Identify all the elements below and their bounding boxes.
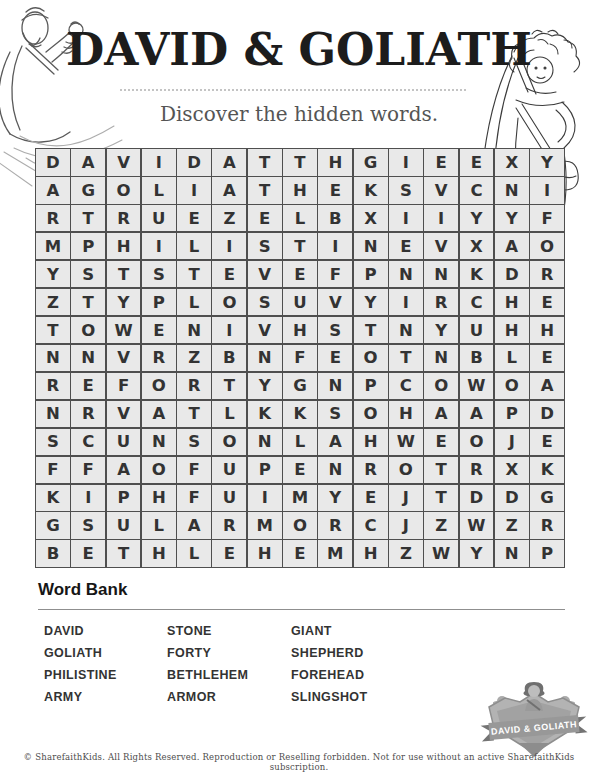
grid-cell-r5c12: N — [424, 261, 458, 288]
grid-cell-r13c10: E — [354, 485, 388, 512]
grid-cell-r7c15: H — [530, 317, 564, 344]
grid-cell-r8c10: O — [354, 345, 388, 372]
grid-cell-r2c14: N — [495, 177, 529, 204]
grid-cell-r9c11: C — [389, 373, 423, 400]
grid-cell-r2c10: K — [354, 177, 388, 204]
grid-cell-r14c13: W — [460, 512, 494, 539]
grid-cell-r1c8: T — [283, 149, 317, 176]
grid-cell-r6c7: S — [248, 289, 282, 316]
grid-cell-r6c11: I — [389, 289, 423, 316]
grid-cell-r6c13: C — [460, 289, 494, 316]
word-bank-column-1: DAVIDGOLIATHPHILISTINEARMY — [44, 620, 167, 708]
grid-cell-r1c14: X — [495, 149, 529, 176]
grid-cell-r3c7: E — [248, 205, 282, 232]
word-bank-item-giant: GIANT — [291, 620, 368, 642]
grid-cell-r4c2: P — [71, 233, 105, 260]
grid-cell-r2c7: T — [248, 177, 282, 204]
grid-cell-r10c5: T — [177, 401, 211, 428]
grid-cell-r8c15: E — [530, 345, 564, 372]
word-bank-item-philistine: PHILISTINE — [44, 664, 167, 686]
grid-cell-r15c1: B — [36, 540, 70, 567]
grid-cell-r6c3: Y — [107, 289, 141, 316]
grid-cell-r9c5: R — [177, 373, 211, 400]
grid-cell-r15c10: H — [354, 540, 388, 567]
grid-cell-r1c5: D — [177, 149, 211, 176]
grid-cell-r6c5: L — [177, 289, 211, 316]
grid-cell-r12c10: R — [354, 457, 388, 484]
grid-cell-r9c1: R — [36, 373, 70, 400]
grid-cell-r4c4: I — [142, 233, 176, 260]
grid-cell-r3c6: Z — [212, 205, 246, 232]
grid-cell-r4c6: I — [212, 233, 246, 260]
grid-cell-r7c10: T — [354, 317, 388, 344]
grid-cell-r12c7: P — [248, 457, 282, 484]
grid-cell-r5c4: S — [142, 261, 176, 288]
grid-cell-r10c4: A — [142, 401, 176, 428]
grid-cell-r4c10: N — [354, 233, 388, 260]
grid-cell-r2c2: G — [71, 177, 105, 204]
grid-cell-r4c8: T — [283, 233, 317, 260]
grid-cell-r3c10: X — [354, 205, 388, 232]
grid-cell-r3c5: E — [177, 205, 211, 232]
grid-cell-r10c9: S — [318, 401, 352, 428]
grid-cell-r5c9: F — [318, 261, 352, 288]
grid-cell-r15c11: Z — [389, 540, 423, 567]
grid-cell-r15c15: P — [530, 540, 564, 567]
grid-cell-r4c3: H — [107, 233, 141, 260]
grid-cell-r3c9: B — [318, 205, 352, 232]
grid-cell-r7c14: H — [495, 317, 529, 344]
grid-cell-r13c11: J — [389, 485, 423, 512]
grid-cell-r10c11: H — [389, 401, 423, 428]
grid-cell-r1c12: E — [424, 149, 458, 176]
grid-cell-r10c2: R — [71, 401, 105, 428]
grid-cell-r9c4: O — [142, 373, 176, 400]
grid-cell-r11c2: C — [71, 429, 105, 456]
grid-cell-r6c4: P — [142, 289, 176, 316]
grid-cell-r15c9: M — [318, 540, 352, 567]
grid-cell-r11c6: O — [212, 429, 246, 456]
grid-cell-r6c1: Z — [36, 289, 70, 316]
grid-cell-r10c13: A — [460, 401, 494, 428]
grid-cell-r5c5: T — [177, 261, 211, 288]
grid-cell-r5c10: P — [354, 261, 388, 288]
grid-cell-r1c1: D — [36, 149, 70, 176]
grid-cell-r13c1: K — [36, 485, 70, 512]
grid-cell-r10c12: A — [424, 401, 458, 428]
grid-cell-r5c13: K — [460, 261, 494, 288]
grid-cell-r2c3: O — [107, 177, 141, 204]
grid-cell-r13c7: I — [248, 485, 282, 512]
grid-cell-r15c7: H — [248, 540, 282, 567]
grid-cell-r5c8: E — [283, 261, 317, 288]
grid-cell-r11c4: N — [142, 429, 176, 456]
grid-cell-r7c1: T — [36, 317, 70, 344]
grid-cell-r10c15: D — [530, 401, 564, 428]
word-bank-item-army: ARMY — [44, 686, 167, 708]
grid-cell-r15c14: N — [495, 540, 529, 567]
grid-cell-r3c8: L — [283, 205, 317, 232]
word-bank-column-3: GIANTSHEPHERDFOREHEADSLINGSHOT — [291, 620, 368, 708]
grid-cell-r11c14: J — [495, 429, 529, 456]
page-title: DAVID & GOLIATH — [0, 24, 598, 75]
david-goliath-badge: DAVID & GOLIATH — [477, 681, 591, 761]
grid-cell-r8c5: Z — [177, 345, 211, 372]
grid-cell-r4c5: L — [177, 233, 211, 260]
word-bank-column-2: STONEFORTYBETHLEHEMARMOR — [167, 620, 291, 708]
grid-cell-r10c6: L — [212, 401, 246, 428]
grid-cell-r14c2: S — [71, 512, 105, 539]
grid-cell-r12c4: O — [142, 457, 176, 484]
grid-cell-r14c4: L — [142, 512, 176, 539]
grid-cell-r11c11: W — [389, 429, 423, 456]
grid-cell-r8c9: E — [318, 345, 352, 372]
grid-cell-r6c10: Y — [354, 289, 388, 316]
grid-cell-r9c14: O — [495, 373, 529, 400]
grid-cell-r2c9: E — [318, 177, 352, 204]
grid-cell-r2c5: I — [177, 177, 211, 204]
grid-cell-r13c13: D — [460, 485, 494, 512]
grid-cell-r10c10: O — [354, 401, 388, 428]
grid-cell-r12c12: T — [424, 457, 458, 484]
grid-cell-r3c3: R — [107, 205, 141, 232]
grid-cell-r12c5: F — [177, 457, 211, 484]
grid-cell-r7c4: E — [142, 317, 176, 344]
grid-cell-r6c12: R — [424, 289, 458, 316]
grid-cell-r1c6: A — [212, 149, 246, 176]
grid-cell-r7c5: N — [177, 317, 211, 344]
grid-cell-r8c13: B — [460, 345, 494, 372]
grid-cell-r15c12: W — [424, 540, 458, 567]
grid-cell-r3c13: Y — [460, 205, 494, 232]
grid-cell-r1c10: G — [354, 149, 388, 176]
grid-cell-r14c14: Z — [495, 512, 529, 539]
grid-cell-r11c1: S — [36, 429, 70, 456]
word-bank-item-armor: ARMOR — [167, 686, 291, 708]
grid-cell-r13c12: T — [424, 485, 458, 512]
grid-cell-r1c2: A — [71, 149, 105, 176]
grid-cell-r12c6: U — [212, 457, 246, 484]
word-bank-item-forehead: FOREHEAD — [291, 664, 368, 686]
grid-cell-r15c2: E — [71, 540, 105, 567]
word-search-grid: DAVIDATTHGIEEXYAGOLIATHEKSVCNIRTRUEZELBX… — [35, 148, 565, 568]
word-bank-item-shepherd: SHEPHERD — [291, 642, 368, 664]
grid-cell-r14c7: M — [248, 512, 282, 539]
grid-cell-r9c9: N — [318, 373, 352, 400]
grid-cell-r7c6: I — [212, 317, 246, 344]
grid-cell-r1c3: V — [107, 149, 141, 176]
grid-cell-r8c14: L — [495, 345, 529, 372]
grid-cell-r7c3: W — [107, 317, 141, 344]
grid-cell-r13c4: H — [142, 485, 176, 512]
grid-cell-r7c11: N — [389, 317, 423, 344]
grid-cell-r7c9: S — [318, 317, 352, 344]
grid-cell-r4c9: I — [318, 233, 352, 260]
grid-cell-r4c7: S — [248, 233, 282, 260]
grid-cell-r11c9: A — [318, 429, 352, 456]
grid-cell-r12c3: A — [107, 457, 141, 484]
title-divider — [120, 89, 466, 91]
grid-cell-r8c1: N — [36, 345, 70, 372]
grid-cell-r13c14: D — [495, 485, 529, 512]
grid-cell-r2c12: V — [424, 177, 458, 204]
grid-cell-r2c15: I — [530, 177, 564, 204]
grid-cell-r7c8: H — [283, 317, 317, 344]
grid-cell-r5c11: N — [389, 261, 423, 288]
grid-cell-r14c3: U — [107, 512, 141, 539]
word-bank-item-david: DAVID — [44, 620, 167, 642]
grid-cell-r14c12: Z — [424, 512, 458, 539]
grid-cell-r12c1: F — [36, 457, 70, 484]
grid-cell-r8c8: F — [283, 345, 317, 372]
grid-cell-r15c8: E — [283, 540, 317, 567]
grid-cell-r12c13: R — [460, 457, 494, 484]
grid-cell-r8c3: V — [107, 345, 141, 372]
grid-cell-r12c15: K — [530, 457, 564, 484]
grid-cell-r4c12: V — [424, 233, 458, 260]
grid-cell-r15c4: H — [142, 540, 176, 567]
grid-cell-r10c8: K — [283, 401, 317, 428]
grid-cell-r11c5: S — [177, 429, 211, 456]
grid-cell-r6c6: O — [212, 289, 246, 316]
grid-cell-r9c15: A — [530, 373, 564, 400]
word-bank-item-slingshot: SLINGSHOT — [291, 686, 368, 708]
grid-cell-r1c13: E — [460, 149, 494, 176]
grid-cell-r11c8: L — [283, 429, 317, 456]
grid-cell-r15c3: T — [107, 540, 141, 567]
grid-cell-r12c8: E — [283, 457, 317, 484]
word-bank-divider — [38, 609, 565, 610]
grid-cell-r10c1: N — [36, 401, 70, 428]
grid-cell-r14c9: R — [318, 512, 352, 539]
word-bank-item-forty: FORTY — [167, 642, 291, 664]
grid-cell-r2c11: S — [389, 177, 423, 204]
grid-cell-r10c7: K — [248, 401, 282, 428]
word-bank-item-bethlehem: BETHLEHEM — [167, 664, 291, 686]
grid-cell-r13c6: U — [212, 485, 246, 512]
grid-cell-r3c12: I — [424, 205, 458, 232]
grid-cell-r11c10: H — [354, 429, 388, 456]
grid-cell-r7c13: U — [460, 317, 494, 344]
grid-cell-r13c8: M — [283, 485, 317, 512]
word-bank-item-stone: STONE — [167, 620, 291, 642]
grid-cell-r1c7: T — [248, 149, 282, 176]
grid-cell-r14c15: R — [530, 512, 564, 539]
grid-cell-r10c14: P — [495, 401, 529, 428]
grid-cell-r9c2: E — [71, 373, 105, 400]
grid-cell-r11c13: O — [460, 429, 494, 456]
grid-cell-r3c15: F — [530, 205, 564, 232]
grid-cell-r13c3: P — [107, 485, 141, 512]
grid-cell-r4c1: M — [36, 233, 70, 260]
grid-cell-r8c11: T — [389, 345, 423, 372]
grid-cell-r3c1: R — [36, 205, 70, 232]
grid-cell-r6c15: E — [530, 289, 564, 316]
grid-cell-r2c4: L — [142, 177, 176, 204]
grid-cell-r1c15: Y — [530, 149, 564, 176]
grid-cell-r9c10: P — [354, 373, 388, 400]
grid-cell-r15c5: L — [177, 540, 211, 567]
grid-cell-r7c7: V — [248, 317, 282, 344]
grid-cell-r15c6: E — [212, 540, 246, 567]
grid-cell-r1c9: H — [318, 149, 352, 176]
grid-cell-r8c6: B — [212, 345, 246, 372]
grid-cell-r15c13: Y — [460, 540, 494, 567]
grid-cell-r5c14: D — [495, 261, 529, 288]
grid-cell-r12c2: F — [71, 457, 105, 484]
grid-cell-r3c4: U — [142, 205, 176, 232]
grid-cell-r8c4: R — [142, 345, 176, 372]
grid-cell-r12c9: N — [318, 457, 352, 484]
grid-cell-r4c14: A — [495, 233, 529, 260]
grid-cell-r6c14: H — [495, 289, 529, 316]
grid-cell-r2c8: H — [283, 177, 317, 204]
word-bank-heading: Word Bank — [38, 580, 565, 600]
grid-cell-r6c2: T — [71, 289, 105, 316]
grid-cell-r1c4: I — [142, 149, 176, 176]
grid-cell-r9c6: T — [212, 373, 246, 400]
grid-cell-r5c2: S — [71, 261, 105, 288]
grid-cell-r14c8: O — [283, 512, 317, 539]
grid-cell-r9c8: G — [283, 373, 317, 400]
grid-cell-r5c3: T — [107, 261, 141, 288]
grid-cell-r7c2: O — [71, 317, 105, 344]
grid-cell-r3c14: Y — [495, 205, 529, 232]
grid-cell-r5c1: Y — [36, 261, 70, 288]
grid-cell-r4c15: O — [530, 233, 564, 260]
grid-cell-r5c6: E — [212, 261, 246, 288]
grid-cell-r6c9: V — [318, 289, 352, 316]
grid-cell-r2c13: C — [460, 177, 494, 204]
grid-cell-r9c13: W — [460, 373, 494, 400]
copyright-notice: © SharefaithKids. All Rights Reserved. R… — [0, 752, 598, 772]
grid-cell-r2c6: A — [212, 177, 246, 204]
grid-cell-r10c3: V — [107, 401, 141, 428]
grid-cell-r9c7: Y — [248, 373, 282, 400]
grid-cell-r1c11: I — [389, 149, 423, 176]
grid-cell-r14c11: J — [389, 512, 423, 539]
grid-cell-r11c12: E — [424, 429, 458, 456]
grid-cell-r5c7: V — [248, 261, 282, 288]
grid-cell-r9c12: O — [424, 373, 458, 400]
grid-cell-r12c14: X — [495, 457, 529, 484]
grid-cell-r13c5: F — [177, 485, 211, 512]
grid-cell-r4c13: X — [460, 233, 494, 260]
grid-cell-r14c6: R — [212, 512, 246, 539]
grid-cell-r2c1: A — [36, 177, 70, 204]
grid-cell-r5c15: R — [530, 261, 564, 288]
page-subtitle: Discover the hidden words. — [0, 102, 598, 126]
grid-cell-r13c9: Y — [318, 485, 352, 512]
grid-cell-r3c11: I — [389, 205, 423, 232]
grid-cell-r14c1: G — [36, 512, 70, 539]
grid-cell-r8c2: N — [71, 345, 105, 372]
grid-cell-r6c8: U — [283, 289, 317, 316]
grid-cell-r12c11: O — [389, 457, 423, 484]
word-bank-item-goliath: GOLIATH — [44, 642, 167, 664]
grid-cell-r14c5: A — [177, 512, 211, 539]
grid-cell-r3c2: T — [71, 205, 105, 232]
grid-cell-r11c15: E — [530, 429, 564, 456]
grid-cell-r14c10: C — [354, 512, 388, 539]
grid-cell-r8c12: N — [424, 345, 458, 372]
grid-cell-r11c7: N — [248, 429, 282, 456]
grid-cell-r11c3: U — [107, 429, 141, 456]
grid-cell-r4c11: E — [389, 233, 423, 260]
grid-cell-r9c3: F — [107, 373, 141, 400]
grid-cell-r13c15: G — [530, 485, 564, 512]
grid-cell-r8c7: N — [248, 345, 282, 372]
grid-cell-r13c2: I — [71, 485, 105, 512]
grid-cell-r7c12: Y — [424, 317, 458, 344]
